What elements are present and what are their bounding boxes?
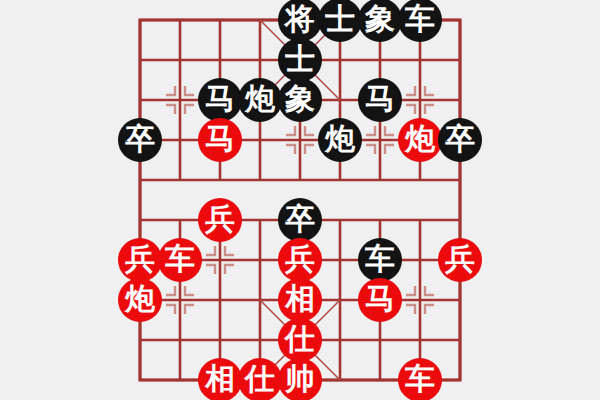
- piece-red-cannon[interactable]: 炮: [398, 118, 442, 162]
- piece-red-advisor[interactable]: 仕: [278, 318, 322, 362]
- piece-red-elephant[interactable]: 相: [198, 358, 242, 400]
- piece-red-horse[interactable]: 马: [198, 118, 242, 162]
- pieces-layer: 将士象车士马炮象马卒马炮炮卒兵卒兵车兵车兵炮相马仕相仕帅车: [120, 0, 480, 400]
- piece-black-general[interactable]: 将: [278, 0, 322, 42]
- piece-black-cannon[interactable]: 炮: [318, 118, 362, 162]
- piece-black-chariot[interactable]: 车: [358, 238, 402, 282]
- piece-black-elephant[interactable]: 象: [278, 78, 322, 122]
- piece-red-chariot[interactable]: 车: [398, 358, 442, 400]
- piece-black-chariot[interactable]: 车: [398, 0, 442, 42]
- piece-black-cannon[interactable]: 炮: [238, 78, 282, 122]
- piece-black-horse[interactable]: 马: [358, 78, 402, 122]
- xiangqi-board: 将士象车士马炮象马卒马炮炮卒兵卒兵车兵车兵炮相马仕相仕帅车: [0, 0, 600, 400]
- piece-red-soldier[interactable]: 兵: [198, 198, 242, 242]
- piece-red-general[interactable]: 帅: [278, 358, 322, 400]
- piece-red-advisor[interactable]: 仕: [238, 358, 282, 400]
- piece-black-elephant[interactable]: 象: [358, 0, 402, 42]
- piece-black-advisor[interactable]: 士: [278, 38, 322, 82]
- piece-black-advisor[interactable]: 士: [318, 0, 362, 42]
- piece-red-soldier[interactable]: 兵: [278, 238, 322, 282]
- piece-black-horse[interactable]: 马: [198, 78, 242, 122]
- piece-red-elephant[interactable]: 相: [278, 278, 322, 322]
- piece-black-soldier[interactable]: 卒: [278, 198, 322, 242]
- piece-red-horse[interactable]: 马: [358, 278, 402, 322]
- piece-black-soldier[interactable]: 卒: [438, 118, 482, 162]
- piece-black-soldier[interactable]: 卒: [118, 118, 162, 162]
- piece-red-soldier[interactable]: 兵: [438, 238, 482, 282]
- piece-red-cannon[interactable]: 炮: [118, 278, 162, 322]
- piece-red-soldier[interactable]: 兵: [118, 238, 162, 282]
- piece-red-chariot[interactable]: 车: [158, 238, 202, 282]
